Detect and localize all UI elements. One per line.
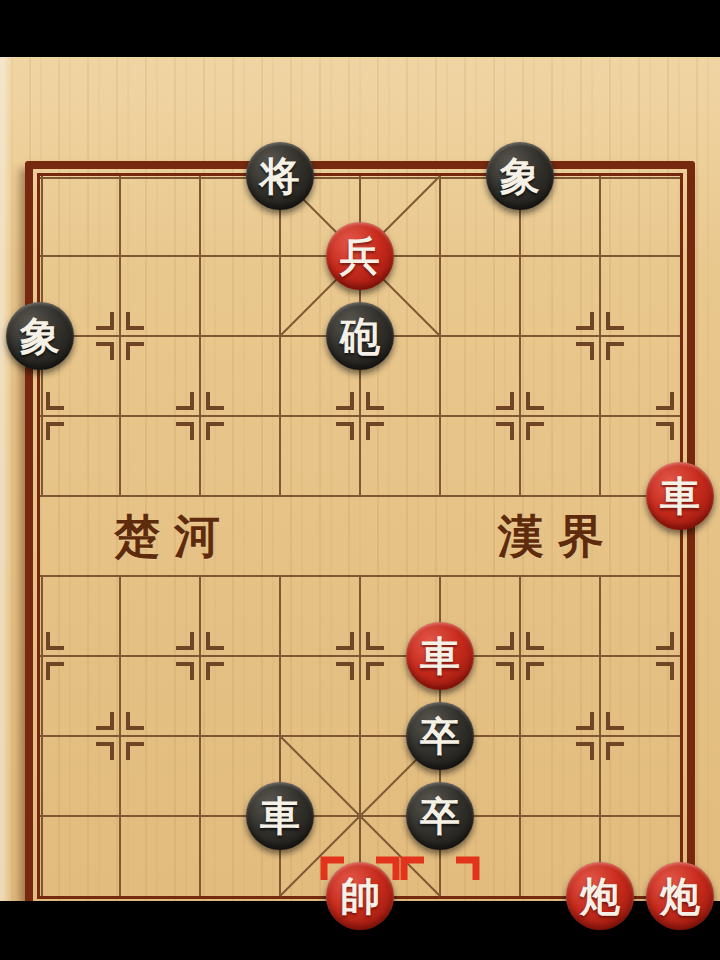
piece-red-chariot[interactable]: 車: [406, 622, 474, 690]
piece-black-soldier[interactable]: 卒: [406, 782, 474, 850]
piece-black-cannon[interactable]: 砲: [326, 302, 394, 370]
letterbox-top: [0, 0, 720, 57]
game-screen: 楚河 漢界 将象兵象砲車車卒車卒帥炮炮: [0, 0, 720, 960]
piece-red-cannon[interactable]: 炮: [566, 862, 634, 930]
piece-black-soldier[interactable]: 卒: [406, 702, 474, 770]
piece-red-cannon[interactable]: 炮: [646, 862, 714, 930]
piece-red-general[interactable]: 帥: [326, 862, 394, 930]
piece-red-soldier[interactable]: 兵: [326, 222, 394, 290]
xiangqi-board[interactable]: 楚河 漢界 将象兵象砲車車卒車卒帥炮炮: [40, 176, 680, 896]
wood-background: 楚河 漢界 将象兵象砲車車卒車卒帥炮炮: [0, 57, 720, 901]
piece-black-general[interactable]: 将: [246, 142, 314, 210]
piece-black-elephant[interactable]: 象: [486, 142, 554, 210]
pieces-layer: 将象兵象砲車車卒車卒帥炮炮: [40, 176, 680, 896]
piece-black-elephant[interactable]: 象: [6, 302, 74, 370]
piece-black-chariot[interactable]: 車: [246, 782, 314, 850]
piece-red-chariot[interactable]: 車: [646, 462, 714, 530]
